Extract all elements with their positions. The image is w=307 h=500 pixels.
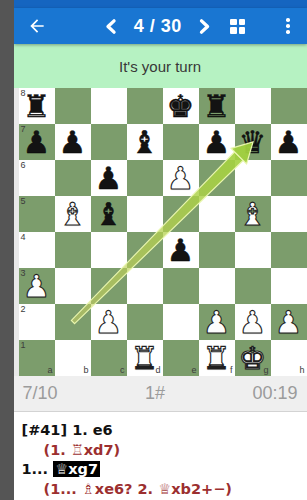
square-e6[interactable]: ♟ bbox=[163, 160, 199, 196]
piece-black-pawn: ♟ bbox=[199, 124, 235, 160]
piece-white-pawn: ♟ bbox=[91, 304, 127, 340]
square-b3[interactable] bbox=[55, 268, 91, 304]
square-b1[interactable]: b bbox=[55, 340, 91, 376]
square-h7[interactable]: ♟ bbox=[271, 124, 307, 160]
square-f7[interactable]: ♟ bbox=[199, 124, 235, 160]
chess-board: ♜8♚♜♟7♟♝♟♛♟6♟♟5♝♝♝4♟♟32♟♟♟♟1abc♜de♜f♚gh bbox=[19, 88, 307, 376]
piece-black-rook: ♜ bbox=[199, 88, 235, 124]
square-f8[interactable]: ♜ bbox=[199, 88, 235, 124]
previous-puzzle-button[interactable] bbox=[103, 17, 121, 35]
file-label-e: e bbox=[191, 366, 196, 375]
square-h6[interactable] bbox=[271, 160, 307, 196]
piece-white-bishop: ♝ bbox=[55, 196, 91, 232]
move-line-variation[interactable]: (1... ♗xe6? 2. ♕xb2+−) bbox=[22, 480, 299, 500]
rank-label-8: 8 bbox=[21, 89, 26, 98]
move-list: [#41] 1. e6 (1. ♖xd7) 1... ♕xg7 (1... ♗x… bbox=[14, 412, 307, 500]
vertical-dots-icon bbox=[286, 18, 290, 22]
arrow-left-icon bbox=[27, 16, 47, 36]
app-bar: 4 / 30 bbox=[14, 8, 307, 44]
square-b8[interactable] bbox=[55, 88, 91, 124]
square-d3[interactable] bbox=[127, 268, 163, 304]
square-h4[interactable] bbox=[271, 232, 307, 268]
piece-black-bishop: ♝ bbox=[127, 124, 163, 160]
square-a4[interactable]: 4 bbox=[19, 232, 55, 268]
puzzle-counter: 4 / 30 bbox=[134, 16, 182, 37]
square-f1[interactable]: ♜f bbox=[199, 340, 235, 376]
file-label-h: h bbox=[299, 366, 304, 375]
score-label: 7/10 bbox=[23, 383, 58, 404]
turn-banner-text: It's your turn bbox=[119, 58, 201, 75]
grid-icon bbox=[230, 19, 237, 26]
android-status-bar bbox=[14, 0, 307, 8]
goal-label: 1# bbox=[145, 383, 165, 404]
square-a1[interactable]: 1a bbox=[19, 340, 55, 376]
timer-label: 00:19 bbox=[252, 383, 297, 404]
square-c4[interactable] bbox=[91, 232, 127, 268]
overflow-menu-button[interactable] bbox=[282, 16, 294, 36]
square-d4[interactable] bbox=[127, 232, 163, 268]
square-h1[interactable]: h bbox=[271, 340, 307, 376]
square-d1[interactable]: ♜d bbox=[127, 340, 163, 376]
square-d8[interactable] bbox=[127, 88, 163, 124]
rank-label-2: 2 bbox=[21, 305, 26, 314]
file-label-f: f bbox=[230, 366, 233, 375]
square-f6[interactable] bbox=[199, 160, 235, 196]
square-h5[interactable] bbox=[271, 196, 307, 232]
move-line-variation[interactable]: (1. ♖xd7) bbox=[22, 441, 299, 461]
puzzle-list-button[interactable] bbox=[230, 19, 245, 34]
file-label-d: d bbox=[155, 366, 160, 375]
square-d5[interactable] bbox=[127, 196, 163, 232]
square-h2[interactable]: ♟ bbox=[271, 304, 307, 340]
piece-black-bishop: ♝ bbox=[91, 196, 127, 232]
rank-label-3: 3 bbox=[21, 269, 26, 278]
next-puzzle-button[interactable] bbox=[195, 17, 213, 35]
rank-label-4: 4 bbox=[21, 233, 26, 242]
piece-black-pawn: ♟ bbox=[91, 160, 127, 196]
square-a7[interactable]: ♟7 bbox=[19, 124, 55, 160]
square-d6[interactable] bbox=[127, 160, 163, 196]
square-a8[interactable]: ♜8 bbox=[19, 88, 55, 124]
app-screen: 4 / 30 It's your turn ♜8♚♜♟7♟♝♟♛♟6♟♟5♝♝♝… bbox=[14, 0, 307, 500]
back-button[interactable] bbox=[26, 15, 48, 37]
current-move-highlight: ♕xg7 bbox=[53, 461, 100, 477]
piece-black-pawn: ♟ bbox=[55, 124, 91, 160]
square-g3[interactable] bbox=[235, 268, 271, 304]
rank-label-7: 7 bbox=[21, 125, 26, 134]
square-c7[interactable] bbox=[91, 124, 127, 160]
square-c6[interactable]: ♟ bbox=[91, 160, 127, 196]
square-g7[interactable]: ♛ bbox=[235, 124, 271, 160]
square-g2[interactable]: ♟ bbox=[235, 304, 271, 340]
file-label-b: b bbox=[83, 366, 88, 375]
chess-board-area: ♜8♚♜♟7♟♝♟♛♟6♟♟5♝♝♝4♟♟32♟♟♟♟1abc♜de♜f♚gh bbox=[14, 88, 307, 376]
square-g5[interactable]: ♝ bbox=[235, 196, 271, 232]
square-f3[interactable] bbox=[199, 268, 235, 304]
square-a2[interactable]: 2 bbox=[19, 304, 55, 340]
square-b7[interactable]: ♟ bbox=[55, 124, 91, 160]
square-f2[interactable]: ♟ bbox=[199, 304, 235, 340]
rank-label-6: 6 bbox=[21, 161, 26, 170]
square-e1[interactable]: e bbox=[163, 340, 199, 376]
rank-label-1: 1 bbox=[21, 341, 26, 350]
square-g6[interactable] bbox=[235, 160, 271, 196]
piece-black-pawn: ♟ bbox=[271, 124, 307, 160]
square-e5[interactable] bbox=[163, 196, 199, 232]
square-a3[interactable]: ♟3 bbox=[19, 268, 55, 304]
square-c5[interactable]: ♝ bbox=[91, 196, 127, 232]
move-line-current[interactable]: 1... ♕xg7 bbox=[22, 460, 299, 480]
piece-white-pawn: ♟ bbox=[163, 160, 199, 196]
piece-black-queen: ♛ bbox=[235, 124, 271, 160]
square-c2[interactable]: ♟ bbox=[91, 304, 127, 340]
square-f5[interactable] bbox=[199, 196, 235, 232]
move-line-main[interactable]: [#41] 1. e6 bbox=[22, 421, 299, 441]
square-g1[interactable]: ♚g bbox=[235, 340, 271, 376]
square-e3[interactable] bbox=[163, 268, 199, 304]
square-a5[interactable]: 5 bbox=[19, 196, 55, 232]
exercise-status-row: 7/10 1# 00:19 bbox=[14, 376, 307, 412]
square-b6[interactable] bbox=[55, 160, 91, 196]
square-d7[interactable]: ♝ bbox=[127, 124, 163, 160]
square-b2[interactable] bbox=[55, 304, 91, 340]
rank-label-5: 5 bbox=[21, 197, 26, 206]
piece-white-pawn: ♟ bbox=[271, 304, 307, 340]
file-label-c: c bbox=[120, 366, 125, 375]
square-e4[interactable]: ♟ bbox=[163, 232, 199, 268]
square-g4[interactable] bbox=[235, 232, 271, 268]
piece-white-bishop: ♝ bbox=[235, 196, 271, 232]
piece-black-king: ♚ bbox=[163, 88, 199, 124]
piece-black-pawn: ♟ bbox=[163, 232, 199, 268]
square-h3[interactable] bbox=[271, 268, 307, 304]
square-e2[interactable] bbox=[163, 304, 199, 340]
file-label-a: a bbox=[47, 366, 52, 375]
file-label-g: g bbox=[263, 366, 268, 375]
piece-white-pawn: ♟ bbox=[235, 304, 271, 340]
square-a6[interactable]: 6 bbox=[19, 160, 55, 196]
square-f4[interactable] bbox=[199, 232, 235, 268]
square-e7[interactable] bbox=[163, 124, 199, 160]
square-d2[interactable] bbox=[127, 304, 163, 340]
turn-banner: It's your turn bbox=[14, 44, 307, 88]
square-c3[interactable] bbox=[91, 268, 127, 304]
square-h8[interactable] bbox=[271, 88, 307, 124]
square-b4[interactable] bbox=[55, 232, 91, 268]
square-b5[interactable]: ♝ bbox=[55, 196, 91, 232]
square-c8[interactable] bbox=[91, 88, 127, 124]
square-c1[interactable]: c bbox=[91, 340, 127, 376]
square-g8[interactable] bbox=[235, 88, 271, 124]
square-e8[interactable]: ♚ bbox=[163, 88, 199, 124]
piece-white-pawn: ♟ bbox=[199, 304, 235, 340]
